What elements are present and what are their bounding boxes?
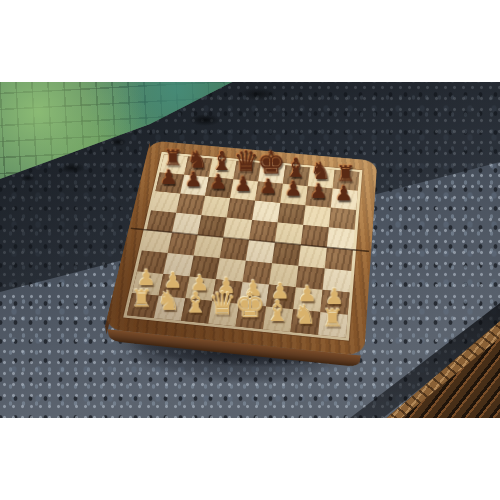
letterbox-bottom xyxy=(0,418,500,500)
square-b8: ♞ xyxy=(184,156,212,177)
square-e7: ♟ xyxy=(255,182,283,203)
square-g4 xyxy=(298,245,327,268)
square-d3 xyxy=(216,258,246,282)
square-d1: ♛ xyxy=(208,301,239,326)
letterbox-top xyxy=(0,0,500,82)
square-d4 xyxy=(220,238,249,261)
square-d7: ♟ xyxy=(230,179,258,200)
square-f4 xyxy=(272,243,301,266)
square-c1: ♝ xyxy=(181,298,212,323)
square-e6 xyxy=(252,200,280,222)
square-e2: ♟ xyxy=(239,282,269,307)
square-g7: ♟ xyxy=(306,186,333,207)
square-c2: ♟ xyxy=(185,277,216,301)
square-g2: ♟ xyxy=(293,287,322,312)
square-h1: ♜ xyxy=(318,312,348,338)
square-f6 xyxy=(278,203,306,225)
square-b4 xyxy=(168,233,198,256)
square-h6 xyxy=(329,208,356,230)
square-g1: ♞ xyxy=(290,309,320,335)
square-e4 xyxy=(246,240,275,263)
square-g3 xyxy=(296,266,325,290)
square-g8: ♞ xyxy=(308,168,335,189)
square-e1: ♚ xyxy=(236,304,267,329)
square-h4 xyxy=(325,248,353,271)
square-d2: ♟ xyxy=(212,279,242,304)
square-f2: ♟ xyxy=(266,285,296,310)
square-h8: ♜ xyxy=(333,170,360,191)
square-e8: ♚ xyxy=(258,163,285,184)
chessboard: ♜♞♝♛♚♝♞♜♟♟♟♟♟♟♟♟♟♟♟♟♟♟♟♟♜♞♝♛♚♝♞♜ xyxy=(104,140,377,356)
square-f1: ♝ xyxy=(263,307,293,332)
square-b6 xyxy=(176,193,205,215)
square-h3 xyxy=(323,268,352,292)
square-c3 xyxy=(190,256,220,280)
square-h7: ♟ xyxy=(331,188,358,210)
square-a1: ♜ xyxy=(127,293,159,318)
square-g6 xyxy=(303,205,331,227)
square-e3 xyxy=(242,261,272,285)
square-c8: ♝ xyxy=(209,159,237,180)
square-b2: ♟ xyxy=(159,274,190,298)
square-f7: ♟ xyxy=(280,184,307,205)
square-c7: ♟ xyxy=(205,177,233,198)
square-d8: ♛ xyxy=(233,161,261,182)
square-c6 xyxy=(201,196,230,218)
square-f8: ♝ xyxy=(283,165,310,186)
square-a2: ♟ xyxy=(132,271,163,295)
square-f3 xyxy=(269,263,298,287)
square-c4 xyxy=(194,235,224,258)
square-d6 xyxy=(227,198,255,220)
square-b7: ♟ xyxy=(180,175,209,196)
square-h2: ♟ xyxy=(320,290,349,315)
